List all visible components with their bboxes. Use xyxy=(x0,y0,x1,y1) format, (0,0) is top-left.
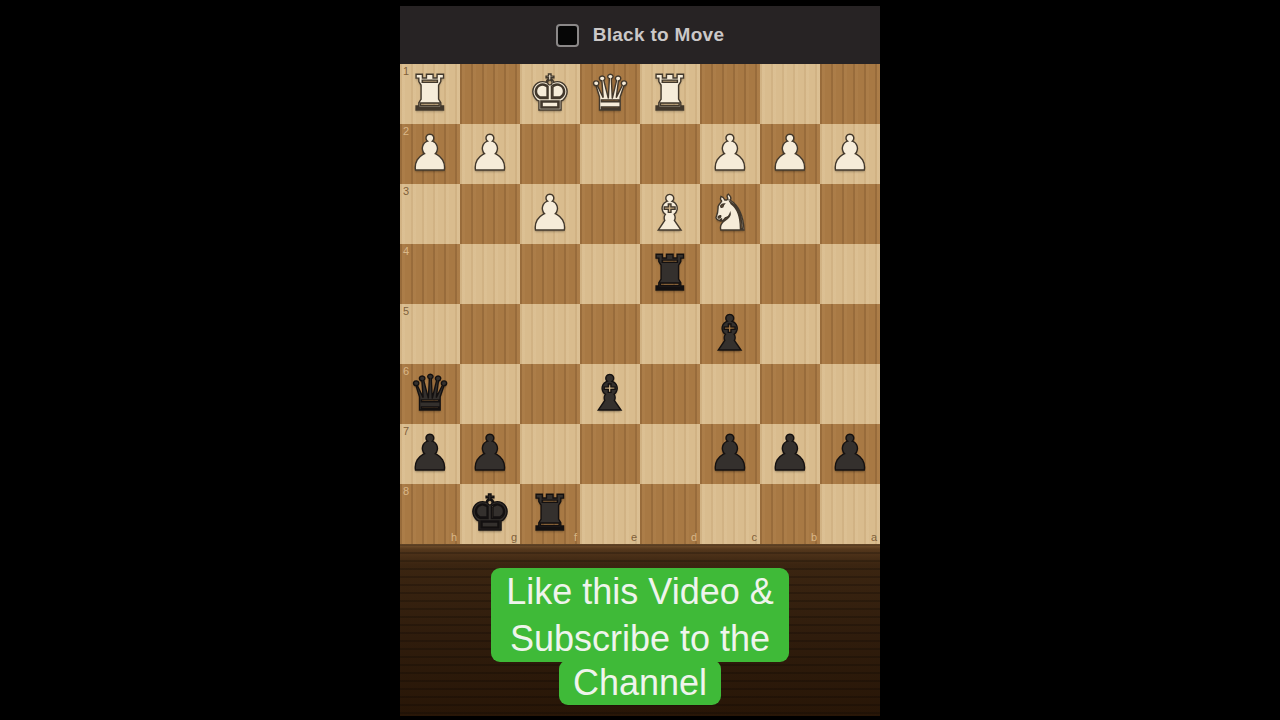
square-h5[interactable]: 5 xyxy=(400,304,460,364)
square-h3[interactable]: 3 xyxy=(400,184,460,244)
square-c2[interactable]: ♟ xyxy=(700,124,760,184)
square-g1[interactable] xyxy=(460,64,520,124)
black-bishop: ♝ xyxy=(700,304,760,364)
square-h1[interactable]: 1♜ xyxy=(400,64,460,124)
file-label-e: e xyxy=(631,531,637,543)
square-f5[interactable] xyxy=(520,304,580,364)
side-to-move-checkbox[interactable] xyxy=(556,24,579,47)
rank-label-5: 5 xyxy=(403,305,409,317)
square-h6[interactable]: 6♛ xyxy=(400,364,460,424)
square-d8[interactable]: d xyxy=(640,484,700,544)
square-e1[interactable]: ♛ xyxy=(580,64,640,124)
square-b1[interactable] xyxy=(760,64,820,124)
rank-label-8: 8 xyxy=(403,485,409,497)
square-f2[interactable] xyxy=(520,124,580,184)
white-rook: ♜ xyxy=(640,64,700,124)
square-g3[interactable] xyxy=(460,184,520,244)
black-pawn: ♟ xyxy=(760,424,820,484)
square-a8[interactable]: a xyxy=(820,484,880,544)
square-h7[interactable]: 7♟ xyxy=(400,424,460,484)
white-pawn: ♟ xyxy=(400,124,460,184)
square-b3[interactable] xyxy=(760,184,820,244)
square-c6[interactable] xyxy=(700,364,760,424)
square-h2[interactable]: 2♟ xyxy=(400,124,460,184)
black-pawn: ♟ xyxy=(460,424,520,484)
square-c7[interactable]: ♟ xyxy=(700,424,760,484)
square-c8[interactable]: c xyxy=(700,484,760,544)
black-pawn: ♟ xyxy=(820,424,880,484)
square-d4[interactable]: ♜ xyxy=(640,244,700,304)
white-knight: ♞ xyxy=(700,184,760,244)
square-f7[interactable] xyxy=(520,424,580,484)
square-d7[interactable] xyxy=(640,424,700,484)
white-king: ♚ xyxy=(520,64,580,124)
black-pawn: ♟ xyxy=(700,424,760,484)
white-pawn: ♟ xyxy=(760,124,820,184)
square-e7[interactable] xyxy=(580,424,640,484)
square-d1[interactable]: ♜ xyxy=(640,64,700,124)
square-g7[interactable]: ♟ xyxy=(460,424,520,484)
app-content: Black to Move 1♜♚♛♜2♟♟♟♟♟3♟♝♞4♜5♝6♛♝7♟♟♟… xyxy=(400,0,880,720)
white-bishop: ♝ xyxy=(640,184,700,244)
square-b6[interactable] xyxy=(760,364,820,424)
black-queen: ♛ xyxy=(400,364,460,424)
banner-line-1: Like this Video & xyxy=(506,568,774,615)
square-b7[interactable]: ♟ xyxy=(760,424,820,484)
white-pawn: ♟ xyxy=(820,124,880,184)
black-rook: ♜ xyxy=(640,244,700,304)
square-b5[interactable] xyxy=(760,304,820,364)
square-a2[interactable]: ♟ xyxy=(820,124,880,184)
black-rook: ♜ xyxy=(520,484,580,544)
file-label-b: b xyxy=(811,531,817,543)
square-f3[interactable]: ♟ xyxy=(520,184,580,244)
banner-line-group: Like this Video & Subscribe to the xyxy=(491,568,789,662)
subscribe-banner: Like this Video & Subscribe to the Chann… xyxy=(400,568,880,705)
white-pawn: ♟ xyxy=(700,124,760,184)
square-a6[interactable] xyxy=(820,364,880,424)
banner-line-2: Subscribe to the xyxy=(506,615,774,662)
square-a5[interactable] xyxy=(820,304,880,364)
square-f6[interactable] xyxy=(520,364,580,424)
square-b2[interactable]: ♟ xyxy=(760,124,820,184)
square-d2[interactable] xyxy=(640,124,700,184)
square-a1[interactable] xyxy=(820,64,880,124)
square-c1[interactable] xyxy=(700,64,760,124)
square-d6[interactable] xyxy=(640,364,700,424)
square-b4[interactable] xyxy=(760,244,820,304)
square-g5[interactable] xyxy=(460,304,520,364)
rank-label-4: 4 xyxy=(403,245,409,257)
square-e2[interactable] xyxy=(580,124,640,184)
square-e6[interactable]: ♝ xyxy=(580,364,640,424)
banner-line-3: Channel xyxy=(573,660,707,705)
file-label-h: h xyxy=(451,531,457,543)
square-c3[interactable]: ♞ xyxy=(700,184,760,244)
square-h4[interactable]: 4 xyxy=(400,244,460,304)
black-bishop: ♝ xyxy=(580,364,640,424)
square-h8[interactable]: 8h xyxy=(400,484,460,544)
square-e5[interactable] xyxy=(580,304,640,364)
square-g4[interactable] xyxy=(460,244,520,304)
header-bar: Black to Move xyxy=(400,6,880,64)
square-b8[interactable]: b xyxy=(760,484,820,544)
header-title: Black to Move xyxy=(593,24,725,46)
chess-board: 1♜♚♛♜2♟♟♟♟♟3♟♝♞4♜5♝6♛♝7♟♟♟♟♟8hg♚f♜edcba xyxy=(400,64,880,544)
square-d5[interactable] xyxy=(640,304,700,364)
file-label-c: c xyxy=(752,531,758,543)
file-label-a: a xyxy=(871,531,877,543)
square-a4[interactable] xyxy=(820,244,880,304)
square-a3[interactable] xyxy=(820,184,880,244)
black-pawn: ♟ xyxy=(400,424,460,484)
square-e3[interactable] xyxy=(580,184,640,244)
square-e4[interactable] xyxy=(580,244,640,304)
square-f8[interactable]: f♜ xyxy=(520,484,580,544)
square-e8[interactable]: e xyxy=(580,484,640,544)
white-pawn: ♟ xyxy=(520,184,580,244)
square-f4[interactable] xyxy=(520,244,580,304)
square-f1[interactable]: ♚ xyxy=(520,64,580,124)
square-g6[interactable] xyxy=(460,364,520,424)
square-g2[interactable]: ♟ xyxy=(460,124,520,184)
file-label-d: d xyxy=(691,531,697,543)
square-d3[interactable]: ♝ xyxy=(640,184,700,244)
rank-label-3: 3 xyxy=(403,185,409,197)
white-rook: ♜ xyxy=(400,64,460,124)
black-king: ♚ xyxy=(460,484,520,544)
white-pawn: ♟ xyxy=(460,124,520,184)
white-queen: ♛ xyxy=(580,64,640,124)
square-g8[interactable]: g♚ xyxy=(460,484,520,544)
banner-line-3-box: Channel xyxy=(559,660,721,705)
square-c5[interactable]: ♝ xyxy=(700,304,760,364)
square-a7[interactable]: ♟ xyxy=(820,424,880,484)
square-c4[interactable] xyxy=(700,244,760,304)
